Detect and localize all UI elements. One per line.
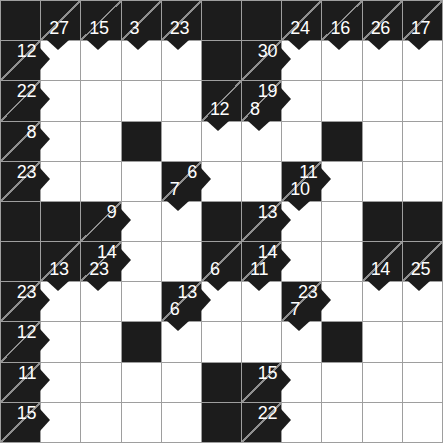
across-arrow-icon — [281, 409, 291, 431]
across-clue-label: 19 — [258, 82, 277, 100]
clue-cell-r8c0: 12 — [1, 322, 40, 361]
clue-cell-r0c8: 16 — [322, 1, 361, 40]
entry-cell-r10c8[interactable] — [322, 403, 361, 442]
down-arrow-icon — [328, 40, 350, 50]
clue-cell-r4c7: 1011 — [282, 162, 321, 201]
entry-cell-r9c10[interactable] — [403, 363, 442, 402]
clue-cell-r9c6: 15 — [242, 363, 281, 402]
block-cell-r6c0 — [1, 242, 40, 281]
block-cell-r5c0 — [1, 202, 40, 241]
clue-cell-r3c0: 8 — [1, 122, 40, 161]
down-clue-label: 7 — [290, 300, 300, 318]
clue-cell-r5c2: 9 — [81, 202, 120, 241]
across-arrow-icon — [281, 88, 291, 110]
across-arrow-icon — [321, 289, 331, 311]
clue-cell-r0c2: 15 — [81, 1, 120, 40]
down-clue-label: 13 — [49, 260, 68, 278]
clue-cell-r6c5: 6 — [202, 242, 241, 281]
down-arrow-icon — [368, 40, 390, 50]
entry-cell-r9c2[interactable] — [81, 363, 120, 402]
across-arrow-icon — [40, 289, 50, 311]
down-clue-label: 14 — [371, 260, 390, 278]
across-arrow-icon — [121, 209, 131, 231]
down-clue-label: 8 — [250, 100, 260, 118]
entry-cell-r8c2[interactable] — [81, 322, 120, 361]
across-arrow-icon — [121, 249, 131, 271]
down-clue-label: 15 — [89, 19, 108, 37]
across-arrow-icon — [40, 409, 50, 431]
entry-cell-r7c3[interactable] — [122, 282, 161, 321]
across-clue-label: 12 — [17, 42, 36, 60]
down-arrow-icon — [87, 281, 109, 291]
clue-cell-r0c9: 26 — [363, 1, 402, 40]
across-arrow-icon — [281, 369, 291, 391]
entry-cell-r8c10[interactable] — [403, 322, 442, 361]
clue-cell-r1c6: 30 — [242, 41, 281, 80]
down-arrow-icon — [248, 281, 270, 291]
down-arrow-icon — [167, 40, 189, 50]
kakuro-board: 2715323241626171230221281982376101191313… — [0, 0, 443, 443]
across-clue-label: 22 — [258, 404, 277, 422]
clue-cell-r4c4: 76 — [162, 162, 201, 201]
entry-cell-r2c4[interactable] — [162, 81, 201, 120]
across-clue-label: 23 — [17, 283, 36, 301]
entry-cell-r3c10[interactable] — [403, 122, 442, 161]
clue-cell-r6c6: 1114 — [242, 242, 281, 281]
entry-cell-r9c4[interactable] — [162, 363, 201, 402]
down-clue-label: 27 — [49, 19, 68, 37]
entry-cell-r9c8[interactable] — [322, 363, 361, 402]
entry-cell-r9c3[interactable] — [122, 363, 161, 402]
block-cell-r0c0 — [1, 1, 40, 40]
entry-cell-r2c10[interactable] — [403, 81, 442, 120]
across-clue-label: 9 — [107, 203, 117, 221]
down-clue-label: 12 — [210, 100, 229, 118]
clue-cell-r0c7: 24 — [282, 1, 321, 40]
clue-cell-r4c0: 23 — [1, 162, 40, 201]
entry-cell-r8c5[interactable] — [202, 322, 241, 361]
across-arrow-icon — [40, 329, 50, 351]
block-cell-r5c9 — [363, 202, 402, 241]
clue-cell-r6c9: 14 — [363, 242, 402, 281]
down-arrow-icon — [167, 321, 189, 331]
clue-cell-r0c10: 17 — [403, 1, 442, 40]
block-cell-r5c10 — [403, 202, 442, 241]
clue-cell-r6c1: 13 — [41, 242, 80, 281]
block-cell-r10c5 — [202, 403, 241, 442]
clue-cell-r10c6: 22 — [242, 403, 281, 442]
block-cell-r5c5 — [202, 202, 241, 241]
block-cell-r0c6 — [242, 1, 281, 40]
across-clue-label: 8 — [26, 123, 36, 141]
entry-cell-r8c6[interactable] — [242, 322, 281, 361]
down-arrow-icon — [167, 201, 189, 211]
across-clue-label: 23 — [298, 283, 317, 301]
across-arrow-icon — [281, 249, 291, 271]
across-clue-label: 13 — [177, 283, 196, 301]
down-clue-label: 10 — [290, 180, 309, 198]
across-arrow-icon — [40, 48, 50, 70]
across-clue-label: 13 — [258, 203, 277, 221]
clue-cell-r2c0: 22 — [1, 81, 40, 120]
clue-cell-r7c0: 23 — [1, 282, 40, 321]
across-clue-label: 15 — [17, 404, 36, 422]
down-arrow-icon — [408, 40, 430, 50]
down-clue-label: 25 — [411, 260, 430, 278]
down-clue-label: 6 — [170, 300, 180, 318]
clue-cell-r7c4: 613 — [162, 282, 201, 321]
entry-cell-r2c3[interactable] — [122, 81, 161, 120]
clue-cell-r6c2: 2314 — [81, 242, 120, 281]
clue-cell-r6c10: 25 — [403, 242, 442, 281]
entry-cell-r5c8[interactable] — [322, 202, 361, 241]
clue-cell-r9c0: 11 — [1, 363, 40, 402]
across-arrow-icon — [40, 369, 50, 391]
block-cell-r8c3 — [122, 322, 161, 361]
across-clue-label: 14 — [97, 243, 116, 261]
entry-cell-r10c10[interactable] — [403, 403, 442, 442]
down-arrow-icon — [288, 321, 310, 331]
across-clue-label: 6 — [187, 163, 197, 181]
down-clue-label: 26 — [371, 19, 390, 37]
across-clue-label: 23 — [17, 163, 36, 181]
entry-cell-r2c9[interactable] — [363, 81, 402, 120]
down-clue-label: 3 — [130, 19, 140, 37]
entry-cell-r10c9[interactable] — [363, 403, 402, 442]
down-clue-label: 17 — [411, 19, 430, 37]
block-cell-r1c5 — [202, 41, 241, 80]
entry-cell-r3c2[interactable] — [81, 122, 120, 161]
clue-cell-r2c5: 12 — [202, 81, 241, 120]
clue-cell-r2c6: 819 — [242, 81, 281, 120]
down-clue-label: 16 — [330, 19, 349, 37]
entry-cell-r4c2[interactable] — [81, 162, 120, 201]
entry-cell-r8c9[interactable] — [363, 322, 402, 361]
down-clue-label: 23 — [89, 260, 108, 278]
entry-cell-r10c3[interactable] — [122, 403, 161, 442]
down-arrow-icon — [87, 40, 109, 50]
block-cell-r3c3 — [122, 122, 161, 161]
entry-cell-r4c6[interactable] — [242, 162, 281, 201]
clue-cell-r1c0: 12 — [1, 41, 40, 80]
across-clue-label: 15 — [258, 364, 277, 382]
entry-cell-r2c2[interactable] — [81, 81, 120, 120]
down-clue-label: 24 — [290, 19, 309, 37]
down-clue-label: 11 — [250, 260, 268, 278]
block-cell-r0c5 — [202, 1, 241, 40]
across-arrow-icon — [321, 168, 331, 190]
down-arrow-icon — [408, 281, 430, 291]
entry-cell-r2c8[interactable] — [322, 81, 361, 120]
block-cell-r8c8 — [322, 322, 361, 361]
across-clue-label: 11 — [18, 364, 36, 382]
across-arrow-icon — [281, 48, 291, 70]
down-clue-label: 6 — [210, 260, 220, 278]
entry-cell-r3c4[interactable] — [162, 122, 201, 161]
entry-cell-r3c7[interactable] — [282, 122, 321, 161]
clue-cell-r7c7: 723 — [282, 282, 321, 321]
across-arrow-icon — [40, 128, 50, 150]
entry-cell-r4c3[interactable] — [122, 162, 161, 201]
clue-cell-r5c6: 13 — [242, 202, 281, 241]
down-clue-label: 23 — [170, 19, 189, 37]
across-clue-label: 30 — [258, 42, 277, 60]
block-cell-r5c1 — [41, 202, 80, 241]
entry-cell-r6c8[interactable] — [322, 242, 361, 281]
down-arrow-icon — [127, 40, 149, 50]
entry-cell-r4c9[interactable] — [363, 162, 402, 201]
entry-cell-r3c9[interactable] — [363, 122, 402, 161]
entry-cell-r4c10[interactable] — [403, 162, 442, 201]
across-clue-label: 11 — [299, 163, 317, 181]
across-arrow-icon — [40, 88, 50, 110]
clue-cell-r10c0: 15 — [1, 403, 40, 442]
down-arrow-icon — [248, 121, 270, 131]
clue-cell-r0c1: 27 — [41, 1, 80, 40]
across-arrow-icon — [40, 168, 50, 190]
block-cell-r3c8 — [322, 122, 361, 161]
across-arrow-icon — [201, 168, 211, 190]
down-arrow-icon — [207, 121, 229, 131]
entry-cell-r10c2[interactable] — [81, 403, 120, 442]
entry-cell-r10c4[interactable] — [162, 403, 201, 442]
across-clue-label: 22 — [17, 82, 36, 100]
across-arrow-icon — [281, 209, 291, 231]
down-clue-label: 7 — [170, 180, 180, 198]
entry-cell-r9c9[interactable] — [363, 363, 402, 402]
entry-cell-r6c4[interactable] — [162, 242, 201, 281]
across-clue-label: 12 — [17, 323, 36, 341]
clue-cell-r0c4: 23 — [162, 1, 201, 40]
across-arrow-icon — [201, 289, 211, 311]
across-clue-label: 14 — [258, 243, 277, 261]
clue-cell-r0c3: 3 — [122, 1, 161, 40]
down-arrow-icon — [368, 281, 390, 291]
block-cell-r9c5 — [202, 363, 241, 402]
